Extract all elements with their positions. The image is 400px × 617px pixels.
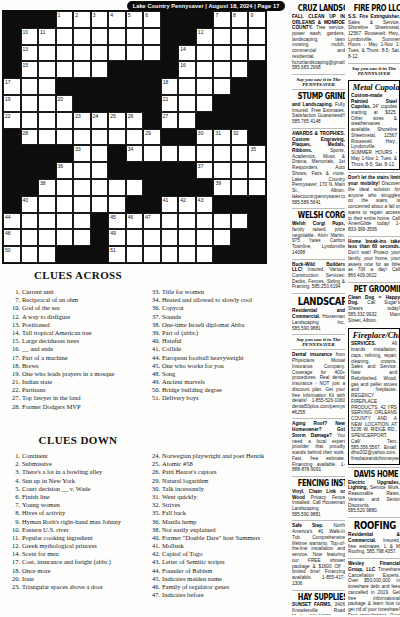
clue-number: 7.: [8, 501, 22, 509]
clue-item: 5.Court decision __ v. Wade: [8, 485, 130, 493]
cell-r13c13: [213, 213, 231, 230]
clue-item: 37.Sounds: [148, 313, 290, 321]
cell-r6c3: [38, 95, 56, 112]
clue-item: 1.Current unit: [8, 288, 130, 296]
ad-body: SUNSET FARMS, 3406 Knowlesville Road Med…: [292, 602, 345, 615]
clue-text: One who works for you: [162, 362, 290, 370]
cell-r1c4: 1: [56, 11, 74, 28]
clue-text: Strives: [162, 501, 290, 509]
cell-r13c8: 46: [126, 213, 144, 230]
cell-r12c1: [3, 196, 21, 213]
cell-number: 11: [40, 29, 45, 35]
cell-number: 25: [110, 113, 116, 119]
clue-text: There's a lot in a bowling alley: [22, 468, 130, 476]
clue-number: 43.: [148, 558, 162, 566]
cell-r11c10: [161, 179, 179, 196]
ad-lead: AWARDS & TROPHIES. Custom Engraving, Pla…: [292, 131, 345, 153]
cell-r5c8: [126, 78, 144, 95]
clue-item: 4.Sun up in New York: [8, 477, 130, 485]
clue-number: 41.: [148, 542, 162, 550]
cell-r4c12: [196, 61, 214, 78]
clue-text: Indicates maiden name: [162, 575, 290, 583]
cell-r7c4: [56, 112, 74, 129]
ad-lead: Buck-Wild Builders LLC!: [292, 262, 345, 273]
cell-r2c3: 11: [38, 28, 56, 45]
ad-lead: Safe Step.: [292, 523, 334, 528]
clue-number: 30.: [148, 485, 162, 493]
cell-r4c13: [213, 61, 231, 78]
cell-number: 19: [5, 96, 11, 102]
cell-r9c2: [21, 145, 39, 162]
clue-item: 29.Natural logarithm: [148, 477, 290, 485]
cell-r10c7: [108, 162, 126, 179]
clue-item: 13.Positioned: [8, 321, 130, 329]
clue-number: 20.: [8, 575, 22, 583]
clue-number: 21.: [8, 378, 22, 386]
ad-title: STUMP GRINDING: [298, 92, 339, 101]
cell-r10c4: 36: [56, 162, 74, 179]
clue-number: 18.: [8, 362, 22, 370]
ads-column-right: FIRE PRO LLCS.S. Fire Extinguisher. Sale…: [348, 2, 400, 615]
clue-text: Atomic #58: [162, 460, 290, 468]
cell-number: 37: [198, 163, 204, 169]
cell-r7c2: [21, 112, 39, 129]
clue-item: 38.One-time Israeli diplomat Abba: [148, 321, 290, 329]
cell-r8c12: 30: [196, 129, 214, 146]
cell-number: 35: [250, 146, 256, 152]
cell-r14c6: [91, 229, 109, 246]
cell-r10c6: [91, 162, 109, 179]
cell-r8c14: 32: [231, 129, 249, 146]
cell-r8c1: [3, 129, 21, 146]
clue-item: 36.Copycat: [148, 304, 290, 312]
cell-r13c9: 47: [143, 213, 161, 230]
clue-number: 38.: [148, 526, 162, 534]
clue-text: European football heavyweight: [162, 354, 290, 362]
cell-r9c11: [178, 145, 196, 162]
clue-number: 3.: [8, 468, 22, 476]
ad-lead: Residential & Commercial.: [348, 532, 400, 543]
clue-text: Irate: [22, 575, 130, 583]
clue-text: Manila hemp: [162, 518, 290, 526]
cell-r11c6: [91, 179, 109, 196]
cell-r3c6: [91, 45, 109, 62]
cell-number: 38: [40, 180, 46, 186]
cell-r8c9: 29: [143, 129, 161, 146]
cell-r2c7: [108, 28, 126, 45]
cell-r2c12: 12: [196, 28, 214, 45]
clue-number: 22.: [8, 386, 22, 394]
ad-title: LANDSCAPING: [298, 296, 339, 307]
clue-number: 13.: [8, 321, 22, 329]
cell-r15c1: 50: [3, 246, 21, 263]
ad-title: DAVIS HOME SERVICE: [354, 470, 395, 479]
clues-down-col1: 1.Continent2.Submissive3.There's a lot i…: [8, 452, 130, 599]
cell-number: 22: [5, 113, 11, 119]
classified-ad: STUMP GRINDINGand Landscaping. Fully Ins…: [292, 89, 345, 128]
cell-number: 23: [75, 113, 81, 119]
cell-r10c13: [213, 162, 231, 179]
cell-r12c9: [143, 196, 161, 213]
cell-number: 47: [145, 214, 151, 220]
cell-r10c1: [3, 162, 21, 179]
cell-number: 21: [163, 96, 169, 102]
classified-ad: Aging Roof? New Homeowner? Got Storm Dam…: [292, 418, 345, 476]
cell-r6c13: [213, 95, 231, 112]
clue-number: 27.: [8, 394, 22, 402]
clue-item: 28.Former Dodgers MVP: [8, 403, 130, 411]
clues-down-col2: 24.Norwegian playwright and poet Henrik2…: [148, 452, 290, 599]
clue-number: 14.: [8, 329, 22, 337]
clue-item: 21.Indian state: [8, 378, 130, 386]
cell-r6c8: [126, 95, 144, 112]
classified-ad: Wesley Financial Group, LLC Timeshare Ca…: [348, 558, 400, 615]
clue-number: 48.: [148, 370, 162, 378]
clue-item: 44.Founder of Babism: [148, 567, 290, 575]
classified-ad: Home break-ins take less than 60 seconds…: [348, 236, 400, 282]
cell-r8c10: [161, 129, 179, 146]
cell-r11c12: [196, 179, 214, 196]
cell-r2c15: [248, 28, 266, 45]
cell-number: 48: [5, 230, 11, 236]
classified-ad: PET GROOMINGClean Dog = Happy Dog. Call …: [348, 282, 400, 326]
cell-r5c9: [143, 78, 161, 95]
clue-item: 14.Tall tropical American tree: [8, 329, 130, 337]
clue-text: Bridge building degree: [162, 386, 290, 394]
cell-r8c5: [73, 129, 91, 146]
cell-r3c3: [38, 45, 56, 62]
clue-text: Current unit: [22, 288, 130, 296]
clue-text: Greek mythological princess: [22, 542, 130, 550]
cell-r4c10: [161, 61, 179, 78]
cell-r7c9: [143, 112, 161, 129]
cell-r9c15: 35: [248, 145, 266, 162]
clue-item: 12.Greek mythological princess: [8, 542, 130, 550]
clue-number: 14.: [8, 550, 22, 558]
clue-text: Not easily explained: [162, 526, 290, 534]
clues-across-col1: 1.Current unit7.Reciprocal of an ohm10.G…: [8, 288, 130, 411]
clue-item: 25.Atomic #58: [148, 460, 290, 468]
cell-r5c14: [231, 78, 249, 95]
classified-ad: DAVIS HOME SERVICEElectric Upgrades, Lig…: [348, 467, 400, 517]
clue-number: 44.: [148, 354, 162, 362]
cell-r5c11: [178, 78, 196, 95]
ad-body: FALL CLEAN UP IN ORLEANS & MONROE COUNTY…: [292, 14, 345, 71]
ad-lead: Residential and Commercial.: [292, 308, 345, 319]
ad-lead: FALL CLEAN UP IN ORLEANS & MONROE COUNTY…: [292, 14, 345, 30]
clue-item: 12.A way to disfigure: [8, 313, 130, 321]
cell-r7c7: 25: [108, 112, 126, 129]
clue-item: 18.Brews: [8, 362, 130, 370]
cell-r15c14: [231, 246, 249, 263]
cell-r4c3: [38, 61, 56, 78]
clue-number: 45.: [148, 575, 162, 583]
cell-r11c14: [231, 179, 249, 196]
clue-text: Positioned: [22, 321, 130, 329]
pennysaver-promo-line: Say you saw it in The PENNYSAVER: [348, 63, 400, 78]
cell-r7c12: [196, 112, 214, 129]
cell-r7c5: 23: [73, 112, 91, 129]
cell-r7c10: 27: [161, 112, 179, 129]
clue-item: 33.Title for women: [148, 288, 290, 296]
cell-number: 30: [198, 130, 204, 136]
cell-r3c14: [231, 45, 249, 62]
cell-r9c3: [38, 145, 56, 162]
clue-item: 26.Patti Hearst's captors: [148, 468, 290, 476]
cell-r7c6: 24: [91, 112, 109, 129]
cell-r5c1: 17: [3, 78, 21, 95]
classified-ad: CRUZ LANDSCAPINGFALL CLEAN UP IN ORLEANS…: [292, 2, 345, 74]
cell-number: 50: [5, 247, 11, 253]
clue-number: 45.: [148, 362, 162, 370]
clue-text: Collide: [162, 345, 290, 353]
cell-r10c3: [38, 162, 56, 179]
clue-number: 11.: [8, 534, 22, 542]
clue-item: 38.Not easily explained: [148, 526, 290, 534]
cell-r3c1: [3, 45, 21, 62]
cell-number: 39: [215, 180, 221, 186]
cell-r1c12: [196, 11, 214, 28]
cell-r8c15: [248, 129, 266, 146]
ad-body: Safe Step. North America's #1 Walk-In Tu…: [292, 523, 345, 586]
cell-r14c3: [38, 229, 56, 246]
cell-r4c4: [56, 61, 74, 78]
clue-number: 18.: [8, 567, 22, 575]
clue-text: Fall back: [162, 509, 290, 517]
clue-text: Hives of activity: [22, 509, 130, 517]
cell-r5c6: [91, 78, 109, 95]
clue-text: Part of (abbr.): [162, 329, 290, 337]
ad-title: Metal Cupolas: [353, 83, 395, 92]
ad-lead: Aging Roof? New Homeowner? Got Storm Dam…: [292, 421, 345, 437]
cell-r1c10: [161, 11, 179, 28]
cell-r10c5: [73, 162, 91, 179]
cell-r1c5: 2: [73, 11, 91, 28]
clue-text: Copycat: [162, 304, 290, 312]
ad-lead: Custom-made Painted Steel Cupolas.: [351, 93, 397, 109]
clue-number: 26.: [148, 468, 162, 476]
clue-item: 39.Part of (abbr.): [148, 329, 290, 337]
classified-ad: WELSH CORGI PUPSWelsh Corgi Pups, family…: [292, 208, 345, 258]
clue-number: 24.: [148, 452, 162, 460]
clue-text: Eastern U.S. river: [22, 526, 130, 534]
clue-text: Large deciduous trees: [22, 337, 130, 345]
clue-item: 30.Talk incessantly: [148, 485, 290, 493]
cell-r9c4: [56, 145, 74, 162]
cell-r15c4: [56, 246, 74, 263]
cell-r11c5: [73, 179, 91, 196]
ad-title: WELSH CORGI PUPS: [298, 211, 339, 220]
clue-item: 41.Collide: [148, 345, 290, 353]
clue-number: 28.: [8, 403, 22, 411]
cell-r14c13: [213, 229, 231, 246]
clue-number: 23.: [8, 583, 22, 591]
cell-r15c7: 51: [108, 246, 126, 263]
cell-r11c11: [178, 179, 196, 196]
cell-r15c3: [38, 246, 56, 263]
clue-text: Talk incessantly: [162, 485, 290, 493]
ad-body: Aging Roof? New Homeowner? Got Storm Dam…: [292, 421, 345, 473]
cell-r6c1: 19: [3, 95, 21, 112]
cell-r13c6: [91, 213, 109, 230]
cell-r2c13: [213, 28, 231, 45]
cell-r6c9: [143, 95, 161, 112]
cell-number: 5: [128, 12, 131, 18]
cell-r4c9: [143, 61, 161, 78]
cell-number: 41: [163, 197, 169, 203]
cell-r12c8: [126, 196, 144, 213]
ad-lead: Clean Dog = Happy Dog.: [348, 295, 400, 306]
clue-text: Continent: [22, 452, 130, 460]
classified-ad: ROOFINGResidential & Commercial. Insured…: [348, 517, 400, 558]
ad-lead: Wesley Financial Group, LLC: [348, 561, 400, 572]
cell-r1c15: 9: [248, 11, 266, 28]
clue-item: 35.Fall back: [148, 509, 290, 517]
cell-r5c15: [248, 78, 266, 95]
cell-number: 44: [5, 214, 11, 220]
clue-text: Delivery boys: [162, 394, 290, 402]
crossword-grid: 1234567891011121314151617181920212223242…: [2, 10, 267, 264]
ad-body: Home break-ins take less than 60 seconds…: [348, 239, 400, 279]
cell-r11c15: [248, 179, 266, 196]
clue-text: Hateful: [162, 337, 290, 345]
cell-r4c6: [91, 61, 109, 78]
clue-text: Patti Hearst's captors: [162, 468, 290, 476]
cell-r10c14: [231, 162, 249, 179]
cell-r15c12: [196, 246, 214, 263]
cell-r3c11: 14: [178, 45, 196, 62]
ad-lead: S.S. Fire Extinguisher.: [348, 14, 400, 19]
cell-r9c6: [91, 145, 109, 162]
clue-item: 3.There's a lot in a bowling alley: [8, 468, 130, 476]
cell-r3c10: [161, 45, 179, 62]
clue-text: Popular cooking ingredient: [22, 534, 130, 542]
clue-text: Mollusk: [162, 542, 290, 550]
cell-r13c5: [73, 213, 91, 230]
clue-item: 50.Bridge building degree: [148, 386, 290, 394]
ad-body: Vinyl, Chain Link or Wood Privacy Fence …: [292, 489, 345, 518]
classified-ad: FIRE PRO LLCS.S. Fire Extinguisher. Sale…: [348, 2, 400, 63]
clue-number: 35.: [148, 509, 162, 517]
cell-r13c1: 44: [3, 213, 21, 230]
cell-number: 31: [215, 130, 221, 136]
clue-number: 19.: [8, 370, 22, 378]
clue-text: Indian state: [22, 378, 130, 386]
cell-r13c4: [56, 213, 74, 230]
cell-r15c10: [161, 246, 179, 263]
cell-r14c10: [161, 229, 179, 246]
clue-item: 44.European football heavyweight: [148, 354, 290, 362]
clue-item: 17.Cost, insurance and freight (abbr.): [8, 558, 130, 566]
clue-number: 51.: [148, 394, 162, 402]
clues-across-section: 1.Current unit7.Reciprocal of an ohm10.G…: [8, 288, 290, 411]
cell-number: 27: [163, 113, 169, 119]
clue-text: Young women: [22, 501, 130, 509]
cell-r8c8: [126, 129, 144, 146]
clue-number: 17.: [8, 558, 22, 566]
clue-item: 16.__ and ends: [8, 345, 130, 353]
ad-lead: Vinyl, Chain Link or Wood: [292, 489, 345, 500]
cell-r14c7: 49: [108, 229, 126, 246]
cell-number: 9: [250, 12, 253, 18]
ad-lead: Don't let the stairs limit your mobility…: [348, 175, 400, 186]
cell-r10c8: [126, 162, 144, 179]
clue-item: 10.Eastern U.S. river: [8, 526, 130, 534]
ad-lead: Home break-ins take less than 60 seconds…: [348, 239, 400, 250]
cell-r11c13: 39: [213, 179, 231, 196]
ad-body: and Landscaping. Fully Insured. Free Est…: [292, 102, 345, 125]
ad-body: Dental insurance from Physicians Mutual …: [292, 352, 345, 415]
ads-column-left: CRUZ LANDSCAPINGFALL CLEAN UP IN ORLEANS…: [292, 2, 345, 615]
cell-r12c4: [56, 196, 74, 213]
cell-r6c14: [231, 95, 249, 112]
pennysaver-promo-line: Say you saw it in The PENNYSAVER: [292, 334, 345, 349]
cell-r13c2: [21, 213, 39, 230]
cell-number: 20: [58, 96, 64, 102]
cell-r10c9: [143, 162, 161, 179]
classified-ad: Metal CupolasCustom-made Painted Steel C…: [348, 80, 400, 171]
ad-body: AWARDS & TROPHIES. Custom Engraving, Pla…: [292, 131, 345, 206]
cell-r12c5: [73, 196, 91, 213]
cell-number: 46: [128, 214, 134, 220]
cell-number: 33: [75, 146, 81, 152]
cell-r8c13: 31: [213, 129, 231, 146]
ad-body: Custom-made Painted Steel Cupolas. 24" c…: [351, 93, 397, 168]
clue-number: 17.: [8, 354, 22, 362]
ad-lead: SUNSET FARMS,: [292, 602, 335, 607]
ad-lead: Dental insurance: [292, 352, 336, 357]
cell-r14c12: [196, 229, 214, 246]
cell-r11c3: 38: [38, 179, 56, 196]
cell-r7c11: [178, 112, 196, 129]
cell-r6c15: [248, 95, 266, 112]
cell-r15c13: [213, 246, 231, 263]
cell-r14c8: [126, 229, 144, 246]
cell-number: 15: [23, 62, 29, 68]
cell-r7c8: 26: [126, 112, 144, 129]
ad-lead: Electric Upgrades, Lighting,: [348, 480, 400, 491]
clue-item: 14.Scent for men: [8, 550, 130, 558]
clue-item: 6.Finish line: [8, 493, 130, 501]
cell-r15c15: [248, 246, 266, 263]
cell-number: 2: [75, 12, 78, 18]
cell-r4c11: 16: [178, 61, 196, 78]
clue-number: 16.: [8, 345, 22, 353]
cell-number: 18: [163, 79, 169, 85]
clue-text: Indicates before: [162, 591, 290, 599]
cell-r2c4: [56, 28, 74, 45]
clue-item: 11.Popular cooking ingredient: [8, 534, 130, 542]
cell-r3c8: [126, 45, 144, 62]
cell-number: 42: [180, 197, 186, 203]
cell-r15c2: [21, 246, 39, 263]
clue-number: 25.: [148, 460, 162, 468]
cell-r9c10: [161, 145, 179, 162]
clue-text: Song: [162, 370, 290, 378]
cell-r8c6: [91, 129, 109, 146]
clue-text: Founder of Babism: [162, 567, 290, 575]
clue-item: 41.Mollusk: [148, 542, 290, 550]
clues-down-section: 1.Continent2.Submissive3.There's a lot i…: [8, 452, 290, 599]
cell-r5c2: [21, 78, 39, 95]
cell-r14c14: [231, 229, 249, 246]
clue-number: 32.: [148, 501, 162, 509]
clue-text: Ancient marvels: [162, 378, 290, 386]
cell-r9c13: [213, 145, 231, 162]
ad-body: Buck-Wild Builders LLC! Insured. Various…: [292, 262, 345, 291]
cell-r12c13: [213, 196, 231, 213]
clue-item: 17.Part of a machine: [8, 354, 130, 362]
